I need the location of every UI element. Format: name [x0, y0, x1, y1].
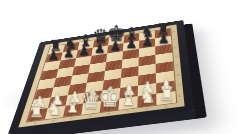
- rank-label-3: 3: [175, 70, 181, 81]
- piece-white-rook[interactable]: ♜: [158, 85, 174, 103]
- piece-white-king[interactable]: ♚: [97, 85, 120, 111]
- piece-black-pawn[interactable]: ♟: [109, 39, 121, 52]
- piece-black-pawn[interactable]: ♟: [125, 37, 137, 50]
- piece-white-knight[interactable]: ♞: [46, 101, 62, 119]
- square-e4[interactable]: [104, 69, 122, 81]
- square-b4[interactable]: [54, 76, 73, 88]
- square-h7[interactable]: ♟: [155, 36, 172, 46]
- piece-white-knight[interactable]: ♞: [139, 88, 155, 106]
- piece-black-pawn[interactable]: ♟: [62, 46, 74, 59]
- square-f7[interactable]: ♟: [123, 41, 139, 51]
- square-c6[interactable]: [74, 56, 91, 67]
- piece-black-pawn[interactable]: ♟: [157, 32, 169, 46]
- square-e5[interactable]: [105, 60, 122, 71]
- piece-white-rook[interactable]: ♜: [28, 103, 44, 121]
- piece-black-pawn[interactable]: ♟: [93, 41, 105, 54]
- square-g5[interactable]: [139, 55, 156, 66]
- rank-label-1: 1: [176, 90, 183, 102]
- square-f5[interactable]: [122, 57, 139, 68]
- board-coordinate-border: ♜♞♝♛♚♝♞♜♟♟♟♟♟♟♟♟♟♟♟♟♟♟♟♟♜♞♝♛♚♝♞♜ abcdefg…: [18, 24, 184, 127]
- square-h5[interactable]: [155, 52, 172, 63]
- piece-white-bishop[interactable]: ♝: [119, 88, 137, 108]
- piece-black-pawn[interactable]: ♟: [141, 34, 153, 47]
- square-d6[interactable]: [90, 54, 107, 65]
- chess-set-photo: ♜♞♝♛♚♝♞♜♟♟♟♟♟♟♟♟♟♟♟♟♟♟♟♟♜♞♝♛♚♝♞♜ abcdefg…: [0, 0, 240, 134]
- square-f1[interactable]: ♝: [119, 96, 138, 110]
- square-h1[interactable]: ♜: [156, 91, 176, 105]
- piece-black-pawn[interactable]: ♟: [78, 44, 90, 57]
- piece-white-bishop[interactable]: ♝: [63, 96, 81, 116]
- square-d7[interactable]: ♟: [92, 46, 109, 56]
- rank-label-6: 6: [172, 43, 178, 52]
- piece-black-pawn[interactable]: ♟: [47, 49, 59, 62]
- square-e7[interactable]: ♟: [107, 43, 123, 53]
- square-c4[interactable]: [70, 73, 88, 85]
